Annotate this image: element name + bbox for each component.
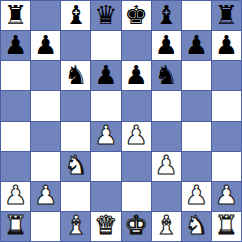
square-d6[interactable]: ♟ — [91, 61, 120, 90]
square-d8[interactable]: ♛ — [91, 1, 120, 30]
square-a4[interactable] — [1, 122, 30, 151]
black-pawn: ♟ — [94, 62, 117, 88]
white-pawn: ♟ — [155, 152, 178, 178]
square-e8[interactable]: ♚ — [122, 1, 151, 30]
square-g5[interactable] — [182, 91, 211, 120]
square-b6[interactable] — [31, 61, 60, 90]
square-d2[interactable] — [91, 182, 120, 211]
square-c2[interactable] — [61, 182, 90, 211]
square-h4[interactable] — [212, 122, 241, 151]
square-f8[interactable]: ♝ — [152, 1, 181, 30]
square-b7[interactable]: ♟ — [31, 31, 60, 60]
square-d3[interactable] — [91, 152, 120, 181]
square-a2[interactable]: ♟ — [1, 182, 30, 211]
square-c1[interactable]: ♝ — [61, 212, 90, 241]
black-pawn: ♟ — [155, 32, 178, 58]
square-b8[interactable] — [31, 1, 60, 30]
square-e3[interactable] — [122, 152, 151, 181]
square-a3[interactable] — [1, 152, 30, 181]
square-g6[interactable] — [182, 61, 211, 90]
square-c6[interactable]: ♞ — [61, 61, 90, 90]
square-f6[interactable]: ♞ — [152, 61, 181, 90]
square-d1[interactable]: ♛ — [91, 212, 120, 241]
square-d7[interactable] — [91, 31, 120, 60]
black-bishop: ♝ — [155, 2, 178, 28]
square-g3[interactable] — [182, 152, 211, 181]
square-h6[interactable] — [212, 61, 241, 90]
square-a8[interactable]: ♜ — [1, 1, 30, 30]
black-bishop: ♝ — [64, 2, 87, 28]
square-e1[interactable]: ♚ — [122, 212, 151, 241]
black-pawn: ♟ — [215, 32, 238, 58]
white-king: ♚ — [124, 212, 147, 238]
square-h2[interactable]: ♟ — [212, 182, 241, 211]
square-h8[interactable]: ♜ — [212, 1, 241, 30]
white-pawn: ♟ — [215, 182, 238, 208]
black-rook: ♜ — [215, 2, 238, 28]
square-c4[interactable] — [61, 122, 90, 151]
white-bishop: ♝ — [155, 212, 178, 238]
square-c7[interactable] — [61, 31, 90, 60]
square-a1[interactable]: ♜ — [1, 212, 30, 241]
square-f1[interactable]: ♝ — [152, 212, 181, 241]
square-h3[interactable] — [212, 152, 241, 181]
square-a7[interactable]: ♟ — [1, 31, 30, 60]
black-pawn: ♟ — [34, 32, 57, 58]
square-b4[interactable] — [31, 122, 60, 151]
black-pawn: ♟ — [124, 62, 147, 88]
square-b5[interactable] — [31, 91, 60, 120]
white-queen: ♛ — [94, 212, 117, 238]
white-rook: ♜ — [215, 212, 238, 238]
square-d5[interactable] — [91, 91, 120, 120]
square-f7[interactable]: ♟ — [152, 31, 181, 60]
square-g4[interactable] — [182, 122, 211, 151]
square-e7[interactable] — [122, 31, 151, 60]
white-bishop: ♝ — [64, 212, 87, 238]
square-g7[interactable]: ♟ — [182, 31, 211, 60]
white-knight: ♞ — [185, 212, 208, 238]
black-rook: ♜ — [4, 2, 27, 28]
black-knight: ♞ — [155, 62, 178, 88]
black-queen: ♛ — [94, 2, 117, 28]
square-a5[interactable] — [1, 91, 30, 120]
white-pawn: ♟ — [94, 122, 117, 148]
square-c5[interactable] — [61, 91, 90, 120]
square-f3[interactable]: ♟ — [152, 152, 181, 181]
black-pawn: ♟ — [4, 32, 27, 58]
black-knight: ♞ — [64, 62, 87, 88]
square-e4[interactable]: ♟ — [122, 122, 151, 151]
square-e2[interactable] — [122, 182, 151, 211]
square-d4[interactable]: ♟ — [91, 122, 120, 151]
white-pawn: ♟ — [124, 122, 147, 148]
square-h1[interactable]: ♜ — [212, 212, 241, 241]
square-f5[interactable] — [152, 91, 181, 120]
square-g2[interactable]: ♟ — [182, 182, 211, 211]
square-h5[interactable] — [212, 91, 241, 120]
square-g8[interactable] — [182, 1, 211, 30]
white-pawn: ♟ — [34, 182, 57, 208]
square-h7[interactable]: ♟ — [212, 31, 241, 60]
white-pawn: ♟ — [4, 182, 27, 208]
square-b1[interactable] — [31, 212, 60, 241]
square-e5[interactable] — [122, 91, 151, 120]
black-pawn: ♟ — [185, 32, 208, 58]
square-c3[interactable]: ♞ — [61, 152, 90, 181]
white-rook: ♜ — [4, 212, 27, 238]
black-king: ♚ — [124, 2, 147, 28]
square-a6[interactable] — [1, 61, 30, 90]
square-b2[interactable]: ♟ — [31, 182, 60, 211]
square-e6[interactable]: ♟ — [122, 61, 151, 90]
square-c8[interactable]: ♝ — [61, 1, 90, 30]
square-f2[interactable] — [152, 182, 181, 211]
square-g1[interactable]: ♞ — [182, 212, 211, 241]
white-pawn: ♟ — [185, 182, 208, 208]
square-b3[interactable] — [31, 152, 60, 181]
square-f4[interactable] — [152, 122, 181, 151]
white-knight: ♞ — [64, 152, 87, 178]
chess-board: ♜♝♛♚♝♜♟♟♟♟♟♞♟♟♞♟♟♞♟♟♟♟♟♜♝♛♚♝♞♜ — [0, 0, 242, 242]
